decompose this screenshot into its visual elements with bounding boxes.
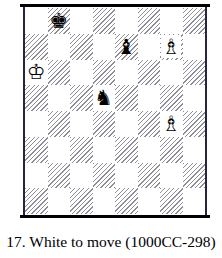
chess-board: ♚♝♗♔♞♗ [25,8,205,214]
square-a3[interactable] [25,137,48,163]
piece-white-bishop: ♗ [161,35,181,58]
square-c1[interactable] [70,188,93,214]
square-c3[interactable] [70,137,93,163]
piece-black-knight: ♞ [94,87,113,109]
square-f2[interactable] [138,163,161,189]
square-g7[interactable]: ♗ [160,34,183,60]
square-f1[interactable] [138,188,161,214]
square-d8[interactable] [93,8,116,34]
square-b7[interactable] [48,34,71,60]
square-f3[interactable] [138,137,161,163]
square-h4[interactable] [183,111,206,137]
square-g8[interactable] [160,8,183,34]
square-d2[interactable] [93,163,116,189]
square-e8[interactable] [115,8,138,34]
square-c6[interactable] [70,60,93,86]
square-b4[interactable] [48,111,71,137]
piece-black-bishop: ♝ [117,36,136,58]
square-c8[interactable] [70,8,93,34]
square-d4[interactable] [93,111,116,137]
square-h8[interactable] [183,8,206,34]
square-b8[interactable]: ♚ [48,8,71,34]
square-a2[interactable] [25,163,48,189]
square-a5[interactable] [25,85,48,111]
square-b1[interactable] [48,188,71,214]
square-b6[interactable] [48,60,71,86]
square-f5[interactable] [138,85,161,111]
square-g3[interactable] [160,137,183,163]
square-e7[interactable]: ♝ [115,34,138,60]
square-g1[interactable] [160,188,183,214]
board-top-border [20,4,210,7]
square-c4[interactable] [70,111,93,137]
square-a6[interactable]: ♔ [25,60,48,86]
square-f4[interactable] [138,111,161,137]
square-e1[interactable] [115,188,138,214]
square-e3[interactable] [115,137,138,163]
square-h1[interactable] [183,188,206,214]
piece-white-king: ♔ [26,61,46,84]
square-a4[interactable] [25,111,48,137]
square-b3[interactable] [48,137,71,163]
board-bottom-border [20,215,210,218]
square-b5[interactable] [48,85,71,111]
chess-diagram-page: ♚♝♗♔♞♗ 17. White to move (1000CC-298) [0,0,222,258]
square-f7[interactable] [138,34,161,60]
square-e4[interactable] [115,111,138,137]
square-a8[interactable] [25,8,48,34]
square-f6[interactable] [138,60,161,86]
square-b2[interactable] [48,163,71,189]
square-c5[interactable] [70,85,93,111]
square-a1[interactable] [25,188,48,214]
square-d3[interactable] [93,137,116,163]
square-d6[interactable] [93,60,116,86]
square-d1[interactable] [93,188,116,214]
square-g4[interactable]: ♗ [160,111,183,137]
square-h5[interactable] [183,85,206,111]
piece-white-bishop: ♗ [161,112,181,135]
square-g2[interactable] [160,163,183,189]
piece-black-king: ♚ [49,10,68,32]
square-d7[interactable] [93,34,116,60]
square-h6[interactable] [183,60,206,86]
square-c7[interactable] [70,34,93,60]
square-e6[interactable] [115,60,138,86]
square-g5[interactable] [160,85,183,111]
square-c2[interactable] [70,163,93,189]
square-f8[interactable] [138,8,161,34]
square-g6[interactable] [160,60,183,86]
square-a7[interactable] [25,34,48,60]
board-right-border [205,7,207,215]
square-h3[interactable] [183,137,206,163]
square-e2[interactable] [115,163,138,189]
diagram-caption: 17. White to move (1000CC-298) [0,233,222,251]
square-h7[interactable] [183,34,206,60]
square-e5[interactable] [115,85,138,111]
square-h2[interactable] [183,163,206,189]
square-d5[interactable]: ♞ [93,85,116,111]
